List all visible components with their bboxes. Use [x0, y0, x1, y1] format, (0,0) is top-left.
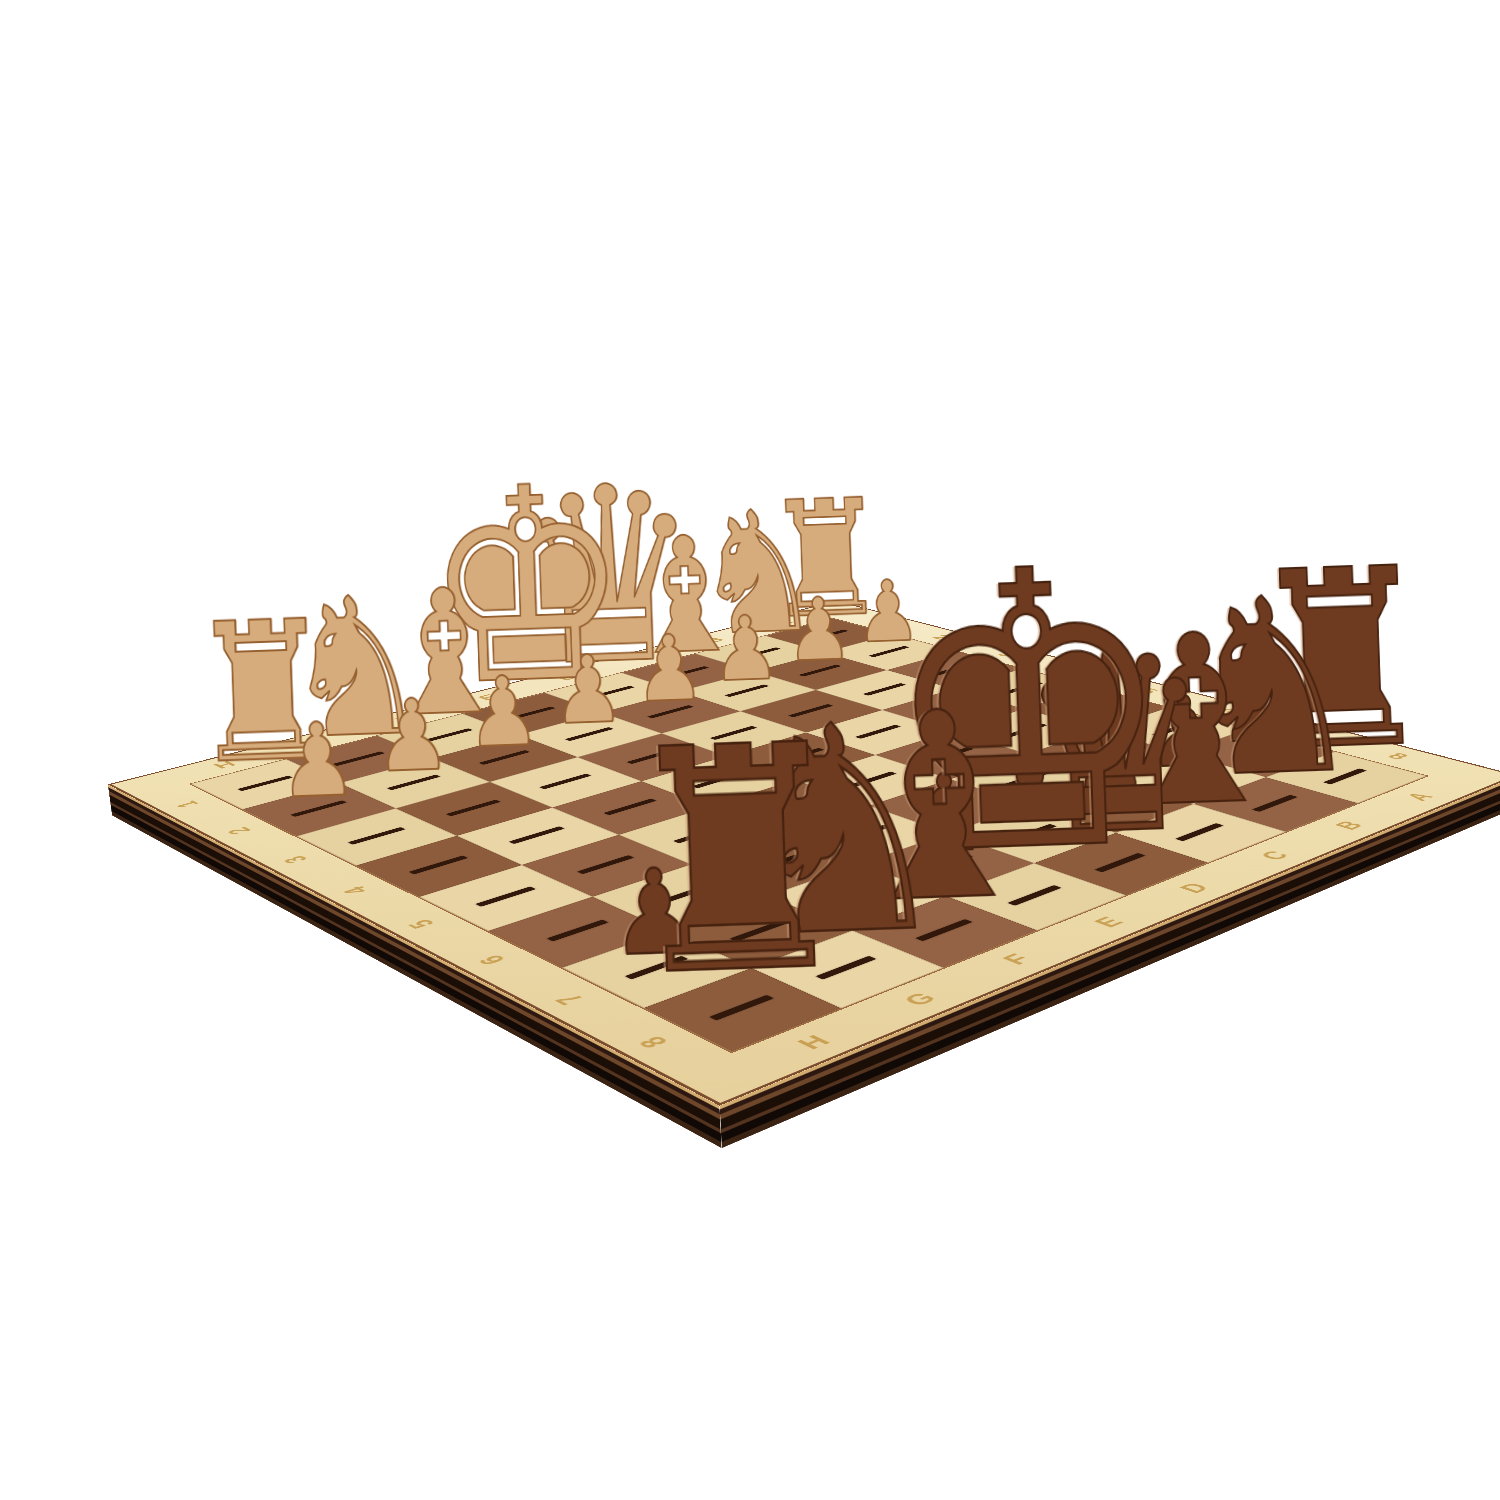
- piece-slot: [725, 684, 770, 696]
- piece-slot: [1003, 724, 1048, 738]
- piece-slot: [673, 826, 727, 844]
- piece-slot: [869, 646, 910, 657]
- piece-slot: [862, 683, 905, 696]
- piece-slot: [446, 800, 501, 817]
- piece-slot: [788, 704, 833, 717]
- piece-slot: [709, 995, 774, 1021]
- piece-slot: [237, 776, 292, 791]
- piece-slot: [1001, 682, 1043, 695]
- piece-slot: [799, 665, 842, 677]
- piece-slot: [1074, 701, 1117, 714]
- square-b6: [1027, 730, 1180, 778]
- piece-slot: [539, 774, 591, 790]
- piece-slot: [624, 956, 687, 980]
- piece-slot: [1094, 853, 1145, 872]
- piece-slot: [422, 728, 472, 742]
- piece-slot: [1252, 795, 1298, 812]
- piece-slot: [763, 798, 815, 815]
- piece-slot: [547, 920, 609, 942]
- piece-slot: [603, 799, 656, 816]
- piece-slot: [1004, 771, 1051, 787]
- piece-slot: [577, 855, 634, 874]
- piece-slot: [692, 773, 743, 789]
- piece-slot: [828, 886, 884, 906]
- piece-slot: [1152, 722, 1195, 736]
- piece-slot: [409, 856, 468, 875]
- piece-slot: [816, 956, 877, 980]
- piece-slot: [1008, 885, 1062, 906]
- piece-slot: [1006, 824, 1057, 842]
- piece-slot: [565, 727, 614, 741]
- piece-slot: [738, 647, 780, 658]
- piece-slot: [920, 854, 973, 873]
- piece-slot: [776, 748, 824, 763]
- piece-slot: [1323, 768, 1367, 784]
- piece-slot: [1087, 796, 1135, 813]
- piece-slot: [290, 800, 347, 816]
- piece-slot: [387, 775, 441, 791]
- piece-slot: [647, 705, 694, 718]
- piece-slot: [855, 725, 901, 739]
- piece-slot: [627, 749, 677, 764]
- piece-slot: [650, 886, 709, 906]
- piece-slot: [730, 920, 790, 942]
- piece-slot: [507, 706, 555, 719]
- piece-slot: [479, 750, 530, 765]
- piece-slot: [924, 797, 974, 814]
- piece-slot: [1080, 746, 1125, 761]
- piece-slot: [332, 751, 385, 766]
- piece-slot: [930, 703, 974, 716]
- chess-board: 12345678 12345678 ABCDEFGH ABCDEFGH ♜♟♟♜…: [108, 601, 1500, 1106]
- piece-slot: [847, 772, 896, 788]
- piece-slot: [588, 686, 634, 698]
- piece-slot: [1235, 745, 1278, 760]
- piece-slot: [808, 629, 848, 640]
- board-field: ♜♟♟♜♞♟♟♞♝♟♟♝♛♟♟♛♚♟♟♚♝♟♟♝♞♟♟♞♜♟♟♜: [191, 618, 1426, 1051]
- piece-slot: [509, 826, 565, 844]
- piece-slot: [915, 919, 972, 941]
- piece-slot: [709, 726, 756, 740]
- piece-slot: [933, 663, 974, 675]
- piece-slot: [1176, 823, 1225, 841]
- piece-slot: [838, 825, 890, 843]
- piece-slot: [475, 886, 536, 906]
- piece-slot: [927, 747, 974, 762]
- product-photo-stage: 12345678 12345678 ABCDEFGH ABCDEFGH ♜♟♟♜…: [0, 0, 1500, 1500]
- piece-slot: [665, 666, 709, 678]
- piece-slot: [747, 854, 802, 873]
- piece-slot: [347, 827, 405, 845]
- piece-slot: [1163, 769, 1209, 785]
